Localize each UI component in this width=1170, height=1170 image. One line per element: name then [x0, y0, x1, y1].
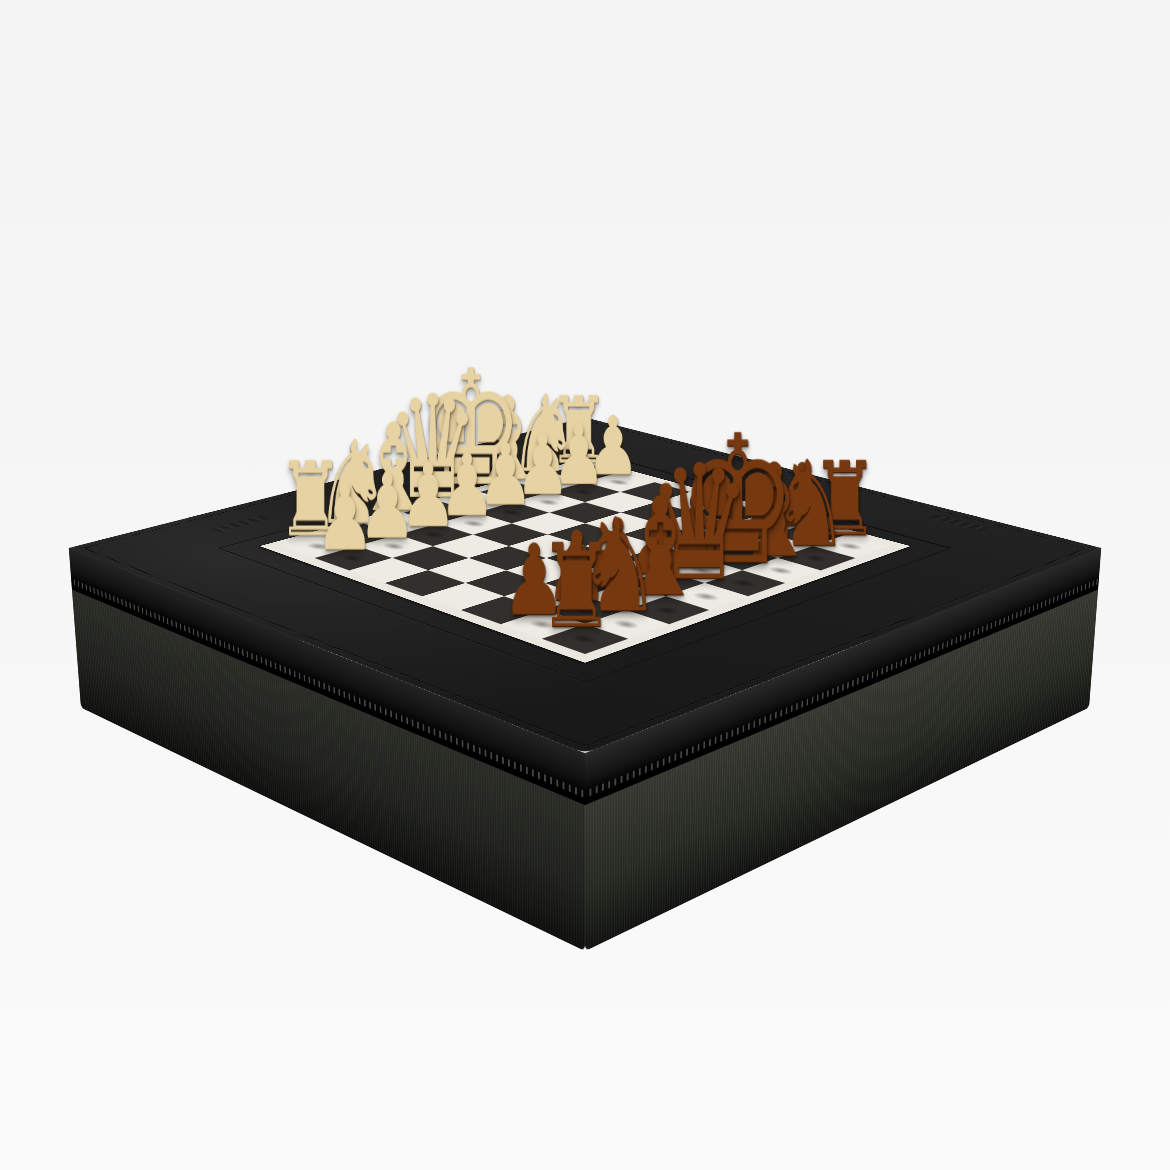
brown-rook[interactable]: ♜	[501, 532, 652, 642]
product-photo-stage: ♜♟♟♜♞♟♟♞♝♟♟♝♚♟♟♚♛♟♟♛♝♟♟♝♞♟♟♞♜♟♟♜	[0, 0, 1170, 1170]
square[interactable]	[385, 570, 465, 596]
white-pawn[interactable]: ♟	[277, 475, 413, 560]
square[interactable]: ♜	[542, 624, 628, 654]
square[interactable]	[349, 558, 428, 583]
